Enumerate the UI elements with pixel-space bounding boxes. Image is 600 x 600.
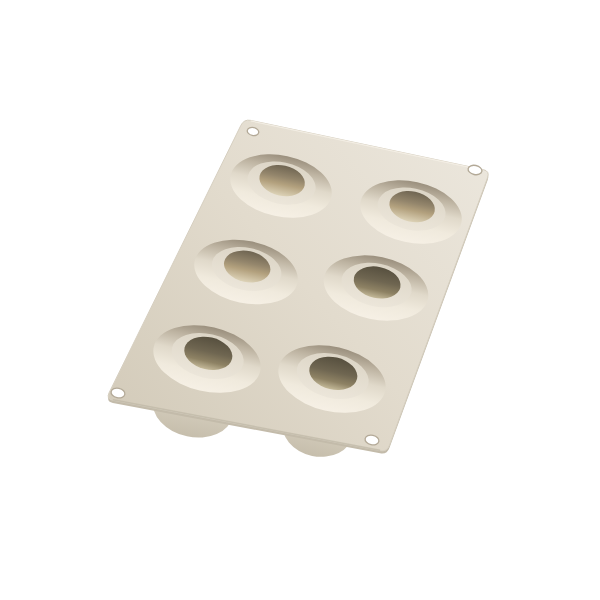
product-photo xyxy=(0,0,600,600)
silicone-mould-illustration xyxy=(0,0,600,600)
